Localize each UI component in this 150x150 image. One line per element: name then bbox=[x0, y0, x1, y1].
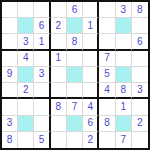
cell-r5c9[interactable] bbox=[132, 67, 148, 83]
cell-r3c1[interactable] bbox=[2, 34, 18, 50]
cell-r2c5[interactable] bbox=[67, 18, 83, 34]
cell-r6c2[interactable]: 2 bbox=[18, 83, 34, 99]
cell-r9c3[interactable]: 5 bbox=[34, 132, 50, 148]
cell-r3c4[interactable] bbox=[51, 34, 67, 50]
cell-r7c6[interactable]: 4 bbox=[83, 99, 99, 115]
cell-r6c5[interactable] bbox=[67, 83, 83, 99]
cell-r9c8[interactable]: 7 bbox=[116, 132, 132, 148]
cell-r9c2[interactable] bbox=[18, 132, 34, 148]
cell-r1c8[interactable]: 3 bbox=[116, 2, 132, 18]
cell-r6c1[interactable] bbox=[2, 83, 18, 99]
cell-r2c6[interactable]: 1 bbox=[83, 18, 99, 34]
cell-r6c3[interactable] bbox=[34, 83, 50, 99]
cell-r1c1[interactable] bbox=[2, 2, 18, 18]
cell-r4c9[interactable] bbox=[132, 51, 148, 67]
cell-r7c5[interactable]: 7 bbox=[67, 99, 83, 115]
cell-r9c4[interactable] bbox=[51, 132, 67, 148]
cell-r7c7[interactable] bbox=[99, 99, 115, 115]
cell-r6c9[interactable]: 3 bbox=[132, 83, 148, 99]
cell-r1c7[interactable] bbox=[99, 2, 115, 18]
cell-r3c7[interactable] bbox=[99, 34, 115, 50]
cell-r1c6[interactable] bbox=[83, 2, 99, 18]
cell-r5c3[interactable]: 3 bbox=[34, 67, 50, 83]
cell-r3c3[interactable]: 1 bbox=[34, 34, 50, 50]
cell-r7c1[interactable] bbox=[2, 99, 18, 115]
cell-r4c2[interactable]: 4 bbox=[18, 51, 34, 67]
cell-r6c7[interactable]: 4 bbox=[99, 83, 115, 99]
cell-r9c6[interactable]: 2 bbox=[83, 132, 99, 148]
cell-r7c2[interactable] bbox=[18, 99, 34, 115]
cell-r6c4[interactable] bbox=[51, 83, 67, 99]
cell-r9c9[interactable] bbox=[132, 132, 148, 148]
cell-r3c8[interactable] bbox=[116, 34, 132, 50]
cell-r8c2[interactable] bbox=[18, 116, 34, 132]
cell-r3c9[interactable]: 6 bbox=[132, 34, 148, 50]
cell-r1c3[interactable] bbox=[34, 2, 50, 18]
cell-r6c8[interactable]: 8 bbox=[116, 83, 132, 99]
cell-r5c2[interactable] bbox=[18, 67, 34, 83]
cell-r7c4[interactable]: 8 bbox=[51, 99, 67, 115]
cell-r2c1[interactable] bbox=[2, 18, 18, 34]
cell-r1c5[interactable]: 6 bbox=[67, 2, 83, 18]
cell-r4c7[interactable]: 7 bbox=[99, 51, 115, 67]
cell-r5c4[interactable] bbox=[51, 67, 67, 83]
sudoku-board: 63862131864179352483874136828527 bbox=[0, 0, 150, 150]
cell-r2c9[interactable] bbox=[132, 18, 148, 34]
cell-r8c3[interactable] bbox=[34, 116, 50, 132]
cell-r4c1[interactable] bbox=[2, 51, 18, 67]
cell-r9c5[interactable] bbox=[67, 132, 83, 148]
cell-r4c4[interactable]: 1 bbox=[51, 51, 67, 67]
cell-r2c2[interactable] bbox=[18, 18, 34, 34]
cell-r8c7[interactable]: 8 bbox=[99, 116, 115, 132]
cell-r5c8[interactable] bbox=[116, 67, 132, 83]
cell-r2c4[interactable]: 2 bbox=[51, 18, 67, 34]
cell-r4c6[interactable] bbox=[83, 51, 99, 67]
cell-r7c8[interactable]: 1 bbox=[116, 99, 132, 115]
cell-r4c3[interactable] bbox=[34, 51, 50, 67]
cell-r8c1[interactable]: 3 bbox=[2, 116, 18, 132]
cell-r6c6[interactable] bbox=[83, 83, 99, 99]
cell-r4c8[interactable] bbox=[116, 51, 132, 67]
cell-r1c9[interactable]: 8 bbox=[132, 2, 148, 18]
cell-r8c5[interactable] bbox=[67, 116, 83, 132]
cell-r8c6[interactable]: 6 bbox=[83, 116, 99, 132]
cell-r3c2[interactable]: 3 bbox=[18, 34, 34, 50]
cell-r3c6[interactable] bbox=[83, 34, 99, 50]
cell-r8c4[interactable] bbox=[51, 116, 67, 132]
cell-r5c1[interactable]: 9 bbox=[2, 67, 18, 83]
cell-r2c8[interactable] bbox=[116, 18, 132, 34]
cell-r9c1[interactable]: 8 bbox=[2, 132, 18, 148]
cell-r7c3[interactable] bbox=[34, 99, 50, 115]
cell-r5c7[interactable]: 5 bbox=[99, 67, 115, 83]
cell-r1c2[interactable] bbox=[18, 2, 34, 18]
cell-r2c3[interactable]: 6 bbox=[34, 18, 50, 34]
cell-r5c6[interactable] bbox=[83, 67, 99, 83]
cell-r9c7[interactable] bbox=[99, 132, 115, 148]
cell-r4c5[interactable] bbox=[67, 51, 83, 67]
cell-r1c4[interactable] bbox=[51, 2, 67, 18]
cell-r8c9[interactable]: 2 bbox=[132, 116, 148, 132]
cell-r2c7[interactable] bbox=[99, 18, 115, 34]
cell-r5c5[interactable] bbox=[67, 67, 83, 83]
cell-r8c8[interactable] bbox=[116, 116, 132, 132]
cell-r7c9[interactable] bbox=[132, 99, 148, 115]
cell-r3c5[interactable]: 8 bbox=[67, 34, 83, 50]
